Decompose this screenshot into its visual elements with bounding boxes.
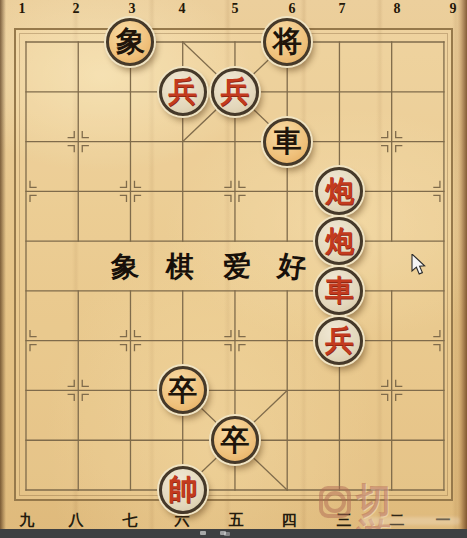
piece-glyph: 象 — [116, 27, 145, 56]
piece-black-soldier[interactable]: 卒 — [159, 366, 207, 414]
piece-glyph: 兵 — [220, 77, 249, 106]
file-label-top: 7 — [339, 1, 346, 17]
file-label-bottom: 七 — [123, 511, 138, 530]
piece-glyph: 卒 — [220, 426, 249, 455]
piece-black-general[interactable]: 将 — [263, 18, 311, 66]
file-label-top: 2 — [73, 1, 80, 17]
piece-red-soldier[interactable]: 兵 — [211, 68, 259, 116]
piece-glyph: 車 — [325, 276, 354, 305]
piece-glyph: 炮 — [325, 177, 354, 206]
file-label-top: 9 — [450, 1, 457, 17]
file-label-top: 5 — [232, 1, 239, 17]
piece-red-general[interactable]: 帥 — [159, 466, 207, 514]
piece-black-soldier[interactable]: 卒 — [211, 416, 259, 464]
piece-glyph: 車 — [273, 127, 302, 156]
file-label-bottom: 九 — [20, 511, 35, 530]
file-label-top: 6 — [289, 1, 296, 17]
file-label-bottom: 一 — [436, 511, 451, 530]
river-char: 象 — [110, 248, 139, 287]
piece-glyph: 将 — [273, 27, 302, 56]
piece-red-soldier[interactable]: 兵 — [315, 317, 363, 365]
piece-glyph: 炮 — [325, 227, 354, 256]
piece-glyph: 兵 — [325, 326, 354, 355]
bottom-bar-clipped-glyphs — [200, 531, 206, 535]
xiangqi-board-screen: 123456789 九八七六五四三二一 象棋爱好 象将兵兵車炮炮車兵卒卒帥 切游… — [0, 0, 467, 538]
file-label-top: 4 — [179, 1, 186, 17]
river-char: 爱 — [222, 247, 252, 286]
file-label-bottom: 八 — [69, 511, 84, 530]
file-label-bottom: 四 — [282, 511, 297, 530]
file-label-top: 3 — [129, 1, 136, 17]
file-label-top: 1 — [19, 1, 26, 17]
piece-glyph: 帥 — [168, 475, 197, 504]
piece-glyph: 兵 — [168, 77, 197, 106]
river-char: 好 — [276, 246, 308, 287]
file-label-bottom: 五 — [229, 511, 244, 530]
piece-glyph: 卒 — [168, 376, 197, 405]
piece-black-chariot[interactable]: 車 — [263, 118, 311, 166]
bottom-bar — [0, 529, 467, 538]
piece-red-chariot[interactable]: 車 — [315, 267, 363, 315]
file-label-bottom: 二 — [390, 511, 405, 530]
file-label-bottom: 三 — [337, 511, 352, 530]
piece-red-soldier[interactable]: 兵 — [159, 68, 207, 116]
river-char: 棋 — [166, 248, 195, 286]
file-label-top: 8 — [394, 1, 401, 17]
